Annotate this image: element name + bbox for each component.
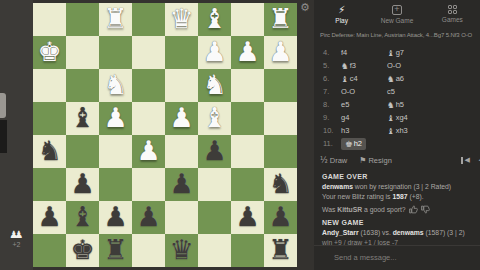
piece-white-queen[interactable]: ♛ — [169, 5, 193, 32]
black-move[interactable]: ♝xg4 — [387, 113, 433, 123]
piece-white-pawn[interactable]: ♟ — [202, 38, 226, 65]
square-c6[interactable] — [198, 168, 231, 201]
new-rating: 1587 — [392, 193, 407, 200]
move-number: 6. — [314, 74, 341, 83]
square-e3[interactable] — [132, 69, 165, 102]
white-move[interactable]: e5 — [341, 100, 387, 109]
piece-glyph-icon: ♞ — [341, 61, 349, 71]
app-window: ♟♟ +2 ♜♛♝♜♚♟♟♟♞♞♝♟♟♝♞♟♟♟♟♞♟♝♟♟♟♟♚♜♛♜ ⚙ ⚡… — [0, 0, 480, 270]
chat-box: Send a message... — [314, 245, 480, 270]
piece-white-pawn[interactable]: ♟ — [169, 104, 193, 131]
square-c2[interactable]: ♟ — [198, 36, 231, 69]
square-f2[interactable] — [99, 36, 132, 69]
tab-new-game-label: New Game — [381, 17, 414, 24]
draw-button[interactable]: ½ Draw — [320, 156, 347, 165]
settings-gear-icon[interactable]: ⚙ — [300, 1, 310, 14]
square-f8[interactable]: ♜ — [99, 234, 132, 267]
piece-black-knight[interactable]: ♞ — [268, 170, 292, 197]
square-h5[interactable]: ♞ — [33, 135, 66, 168]
square-d8[interactable]: ♛ — [165, 234, 198, 267]
resign-label: Resign — [368, 156, 391, 165]
square-e2[interactable] — [132, 36, 165, 69]
piece-black-rook[interactable]: ♜ — [268, 236, 292, 263]
piece-black-bishop[interactable]: ♝ — [70, 203, 94, 230]
black-move[interactable]: O-O — [387, 61, 433, 70]
square-e5[interactable]: ♟ — [132, 135, 165, 168]
game-controls: ½ Draw ⚑ Resign ◀ ◀ — [314, 152, 480, 168]
piece-black-king[interactable]: ♚ — [70, 236, 94, 263]
right-panel: ⚡ Play + New Game Games Pirc Defense: Ma… — [314, 0, 480, 270]
chess-board[interactable]: ♜♛♝♜♚♟♟♟♞♞♝♟♟♝♞♟♟♟♟♞♟♝♟♟♟♟♚♜♛♜ — [33, 3, 297, 267]
pairing-line: Andy_Starr (1638) vs. denwams (1587) (3 … — [322, 229, 480, 236]
square-f1[interactable]: ♜ — [99, 3, 132, 36]
tab-play-label: Play — [335, 17, 348, 24]
captured-pawns-icon: ♟♟ — [0, 230, 33, 240]
square-g3[interactable] — [66, 69, 99, 102]
piece-white-rook[interactable]: ♜ — [268, 5, 292, 32]
thumbs-down-icon[interactable] — [421, 205, 430, 214]
square-g7[interactable]: ♝ — [66, 201, 99, 234]
square-b1[interactable] — [231, 3, 264, 36]
tab-play[interactable]: ⚡ Play — [314, 0, 369, 28]
black-move[interactable]: ♝g7 — [387, 48, 433, 58]
square-b5[interactable] — [231, 135, 264, 168]
move-row: 5.♞f3O-O — [314, 59, 480, 72]
piece-white-bishop[interactable]: ♝ — [202, 104, 226, 131]
move-number: 9. — [314, 113, 341, 122]
player2-name: denwams — [393, 229, 424, 236]
square-b2[interactable]: ♟ — [231, 36, 264, 69]
square-h2[interactable]: ♚ — [33, 36, 66, 69]
resign-button[interactable]: ⚑ Resign — [359, 156, 392, 165]
square-e1[interactable] — [132, 3, 165, 36]
piece-black-bishop[interactable]: ♝ — [70, 104, 94, 131]
square-g8[interactable]: ♚ — [66, 234, 99, 267]
edge-panel-shadow — [0, 120, 7, 153]
square-d1[interactable]: ♛ — [165, 3, 198, 36]
square-g5[interactable] — [66, 135, 99, 168]
piece-white-rook[interactable]: ♜ — [103, 5, 127, 32]
move-number: 11. — [314, 139, 341, 148]
move-number: 10. — [314, 126, 341, 135]
white-move[interactable]: ♚h2 — [341, 138, 366, 150]
move-row: 6.♝c4♞a6 — [314, 72, 480, 85]
square-c7[interactable] — [198, 201, 231, 234]
square-c3[interactable]: ♞ — [198, 69, 231, 102]
flag-icon: ⚑ — [359, 156, 366, 165]
black-move[interactable]: c5 — [387, 87, 433, 96]
piece-white-pawn[interactable]: ♟ — [103, 104, 127, 131]
square-g4[interactable]: ♝ — [66, 102, 99, 135]
first-move-triangle-icon: ◀ — [465, 156, 470, 164]
captured-pieces-tray: ♟♟ +2 — [0, 230, 33, 248]
game-result-line: denwams won by resignation (3 | 2 Rated) — [322, 183, 480, 190]
square-f6[interactable] — [99, 168, 132, 201]
move-row: 11.♚h2 — [314, 137, 480, 150]
square-g1[interactable] — [66, 3, 99, 36]
grid-icon — [448, 5, 457, 14]
sportsmanship-line: Was KittuSR a good sport? — [322, 205, 480, 214]
material-advantage: +2 — [0, 241, 33, 248]
white-move[interactable]: ♞f3 — [341, 61, 387, 71]
square-b6[interactable] — [231, 168, 264, 201]
square-b4[interactable] — [231, 102, 264, 135]
black-move[interactable]: ♞h5 — [387, 100, 433, 110]
piece-black-pawn[interactable]: ♟ — [103, 203, 127, 230]
square-e4[interactable] — [132, 102, 165, 135]
square-b7[interactable]: ♟ — [231, 201, 264, 234]
square-d4[interactable]: ♟ — [165, 102, 198, 135]
square-h1[interactable] — [33, 3, 66, 36]
square-f7[interactable]: ♟ — [99, 201, 132, 234]
square-a7[interactable]: ♟ — [264, 201, 297, 234]
white-move[interactable]: g4 — [341, 113, 387, 122]
square-c4[interactable]: ♝ — [198, 102, 231, 135]
piece-black-pawn[interactable]: ♟ — [202, 137, 226, 164]
opponent-name: KittuSR — [337, 206, 362, 213]
new-game-section: NEW GAME Andy_Starr (1638) vs. denwams (… — [314, 214, 480, 246]
square-d7[interactable] — [165, 201, 198, 234]
piece-glyph-icon: ♝ — [387, 48, 395, 58]
move-row: 10.h3♝xh3 — [314, 124, 480, 137]
square-b8[interactable] — [231, 234, 264, 267]
square-c1[interactable]: ♝ — [198, 3, 231, 36]
piece-white-bishop[interactable]: ♝ — [202, 5, 226, 32]
square-a8[interactable]: ♜ — [264, 234, 297, 267]
white-move[interactable]: f4 — [341, 48, 387, 57]
square-f3[interactable]: ♞ — [99, 69, 132, 102]
square-h8[interactable] — [33, 234, 66, 267]
square-a5[interactable] — [264, 135, 297, 168]
square-e6[interactable] — [132, 168, 165, 201]
piece-glyph-icon: ♞ — [387, 74, 395, 84]
square-d5[interactable] — [165, 135, 198, 168]
piece-black-pawn[interactable]: ♟ — [169, 170, 193, 197]
rating-line: Your new Blitz rating is 1587 (+8). — [322, 193, 480, 200]
tab-games[interactable]: Games — [425, 0, 480, 28]
opening-name: Pirc Defense: Main Line, Austrian Attack… — [314, 28, 480, 40]
move-number: 5. — [314, 61, 341, 70]
move-list: 4.f4♝g75.♞f3O-O6.♝c4♞a67.O-Oc58.e5♞h59.g… — [314, 40, 480, 150]
square-a3[interactable] — [264, 69, 297, 102]
left-sidebar: ♟♟ +2 — [0, 0, 33, 270]
piece-white-pawn[interactable]: ♟ — [136, 137, 160, 164]
square-h4[interactable] — [33, 102, 66, 135]
new-game-header: NEW GAME — [322, 219, 480, 226]
square-g6[interactable]: ♟ — [66, 168, 99, 201]
move-number: 8. — [314, 100, 341, 109]
square-d2[interactable] — [165, 36, 198, 69]
piece-glyph-icon: ♚ — [345, 139, 353, 149]
white-move[interactable]: O-O — [341, 87, 387, 96]
piece-white-king[interactable]: ♚ — [37, 38, 61, 65]
piece-black-pawn[interactable]: ♟ — [136, 203, 160, 230]
winner-name: denwams — [322, 183, 353, 190]
piece-white-pawn[interactable]: ♟ — [235, 38, 259, 65]
piece-black-pawn[interactable]: ♟ — [268, 203, 292, 230]
game-over-header: GAME OVER — [322, 173, 480, 180]
piece-glyph-icon: ♞ — [387, 100, 395, 110]
move-number: 4. — [314, 48, 341, 57]
tab-games-label: Games — [442, 16, 463, 23]
piece-glyph-icon: ♝ — [387, 113, 395, 123]
square-h7[interactable]: ♟ — [33, 201, 66, 234]
first-move-bar-icon — [461, 157, 463, 164]
player1-name: Andy_Starr — [322, 229, 359, 236]
square-h3[interactable] — [33, 69, 66, 102]
tab-new-game[interactable]: + New Game — [369, 0, 424, 28]
move-number: 7. — [314, 87, 341, 96]
square-a6[interactable]: ♞ — [264, 168, 297, 201]
square-c5[interactable]: ♟ — [198, 135, 231, 168]
move-row: 4.f4♝g7 — [314, 46, 480, 59]
square-e8[interactable] — [132, 234, 165, 267]
piece-black-knight[interactable]: ♞ — [37, 137, 61, 164]
piece-white-knight[interactable]: ♞ — [103, 71, 127, 98]
black-move[interactable]: ♞a6 — [387, 74, 433, 84]
square-a2[interactable]: ♟ — [264, 36, 297, 69]
chat-message-input[interactable]: Send a message... — [314, 246, 480, 262]
square-e7[interactable]: ♟ — [132, 201, 165, 234]
square-f5[interactable] — [99, 135, 132, 168]
piece-black-pawn[interactable]: ♟ — [70, 170, 94, 197]
piece-black-rook[interactable]: ♜ — [103, 236, 127, 263]
square-a4[interactable] — [264, 102, 297, 135]
square-a1[interactable]: ♜ — [264, 3, 297, 36]
draw-label: Draw — [330, 156, 348, 165]
piece-glyph-icon: ♝ — [387, 126, 395, 136]
half-point-icon: ½ — [320, 156, 328, 165]
edge-panel-handle — [0, 93, 6, 118]
piece-glyph-icon: ♝ — [341, 74, 349, 84]
piece-white-knight[interactable]: ♞ — [202, 71, 226, 98]
square-d6[interactable]: ♟ — [165, 168, 198, 201]
piece-white-pawn[interactable]: ♟ — [268, 38, 292, 65]
move-row: 8.e5♞h5 — [314, 98, 480, 111]
square-d3[interactable] — [165, 69, 198, 102]
piece-black-pawn[interactable]: ♟ — [37, 203, 61, 230]
tab-bar: ⚡ Play + New Game Games — [314, 0, 480, 28]
piece-black-queen[interactable]: ♛ — [169, 236, 193, 263]
square-g2[interactable] — [66, 36, 99, 69]
black-move[interactable]: ♝xh3 — [387, 126, 433, 136]
white-move[interactable]: h3 — [341, 126, 387, 135]
move-row: 9.g4♝xg4 — [314, 111, 480, 124]
square-b3[interactable] — [231, 69, 264, 102]
move-row: 7.O-Oc5 — [314, 85, 480, 98]
white-move[interactable]: ♝c4 — [341, 74, 387, 84]
plus-square-icon: + — [392, 5, 402, 15]
piece-black-pawn[interactable]: ♟ — [235, 203, 259, 230]
square-h6[interactable] — [33, 168, 66, 201]
square-f4[interactable]: ♟ — [99, 102, 132, 135]
go-to-start-button[interactable]: ◀ — [461, 156, 470, 164]
game-over-section: GAME OVER denwams won by resignation (3 … — [314, 168, 480, 214]
square-c8[interactable] — [198, 234, 231, 267]
lightning-icon: ⚡ — [338, 5, 345, 15]
thumbs-up-icon[interactable] — [409, 205, 418, 214]
